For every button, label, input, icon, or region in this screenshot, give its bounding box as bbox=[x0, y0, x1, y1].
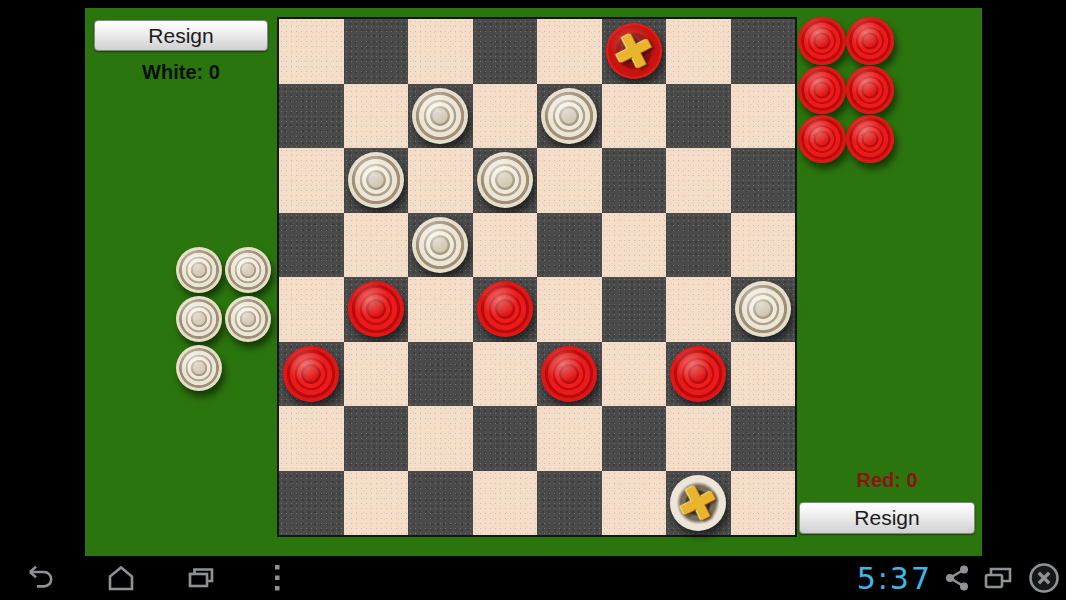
square-r6c1[interactable] bbox=[344, 406, 409, 471]
square-r2c3[interactable] bbox=[473, 148, 538, 213]
square-r1c1[interactable] bbox=[344, 84, 409, 149]
back-icon[interactable] bbox=[22, 563, 56, 593]
square-r3c6[interactable] bbox=[666, 213, 731, 278]
square-r1c7[interactable] bbox=[731, 84, 796, 149]
square-r2c1[interactable] bbox=[344, 148, 409, 213]
red-man-piece[interactable] bbox=[541, 346, 597, 402]
board: ✚✚ bbox=[277, 17, 797, 537]
square-r3c3[interactable] bbox=[473, 213, 538, 278]
white-man-piece[interactable] bbox=[176, 296, 222, 342]
square-r4c6[interactable] bbox=[666, 277, 731, 342]
white-man-piece[interactable] bbox=[225, 247, 271, 293]
square-r0c4[interactable] bbox=[537, 19, 602, 84]
red-man-piece[interactable] bbox=[348, 281, 404, 337]
square-r1c4[interactable] bbox=[537, 84, 602, 149]
square-r6c2[interactable] bbox=[408, 406, 473, 471]
square-r3c1[interactable] bbox=[344, 213, 409, 278]
square-r0c2[interactable] bbox=[408, 19, 473, 84]
square-r7c2[interactable] bbox=[408, 471, 473, 536]
square-r2c2[interactable] bbox=[408, 148, 473, 213]
square-r5c7[interactable] bbox=[731, 342, 796, 407]
square-r1c0[interactable] bbox=[279, 84, 344, 149]
square-r2c0[interactable] bbox=[279, 148, 344, 213]
square-r7c4[interactable] bbox=[537, 471, 602, 536]
white-man-piece[interactable] bbox=[176, 345, 222, 391]
overflow-menu-icon[interactable] bbox=[272, 563, 282, 593]
white-man-piece[interactable] bbox=[412, 88, 468, 144]
white-man-piece[interactable] bbox=[541, 88, 597, 144]
square-r0c1[interactable] bbox=[344, 19, 409, 84]
square-r6c5[interactable] bbox=[602, 406, 667, 471]
square-r6c7[interactable] bbox=[731, 406, 796, 471]
square-r5c6[interactable] bbox=[666, 342, 731, 407]
overlapping-windows-icon[interactable] bbox=[982, 562, 1016, 594]
red-man-piece[interactable] bbox=[798, 17, 846, 65]
red-king-piece[interactable]: ✚ bbox=[606, 23, 662, 79]
square-r6c4[interactable] bbox=[537, 406, 602, 471]
tablet-screen: Resign White: 0 ✚✚ Red: 0 Resign bbox=[0, 0, 1066, 600]
white-man-piece[interactable] bbox=[176, 247, 222, 293]
square-r1c5[interactable] bbox=[602, 84, 667, 149]
red-man-piece[interactable] bbox=[798, 115, 846, 163]
square-r7c1[interactable] bbox=[344, 471, 409, 536]
king-cross-icon: ✚ bbox=[596, 14, 671, 89]
square-r5c1[interactable] bbox=[344, 342, 409, 407]
square-r2c5[interactable] bbox=[602, 148, 667, 213]
home-icon[interactable] bbox=[104, 563, 138, 593]
square-r7c6[interactable]: ✚ bbox=[666, 471, 731, 536]
white-capture-tray bbox=[176, 247, 271, 391]
square-r5c5[interactable] bbox=[602, 342, 667, 407]
red-man-piece[interactable] bbox=[670, 346, 726, 402]
square-r0c0[interactable] bbox=[279, 19, 344, 84]
square-r7c0[interactable] bbox=[279, 471, 344, 536]
square-r4c3[interactable] bbox=[473, 277, 538, 342]
red-man-piece[interactable] bbox=[846, 66, 894, 114]
square-r4c7[interactable] bbox=[731, 277, 796, 342]
square-r3c7[interactable] bbox=[731, 213, 796, 278]
square-r6c3[interactable] bbox=[473, 406, 538, 471]
square-r3c5[interactable] bbox=[602, 213, 667, 278]
square-r0c6[interactable] bbox=[666, 19, 731, 84]
square-r3c2[interactable] bbox=[408, 213, 473, 278]
square-r7c7[interactable] bbox=[731, 471, 796, 536]
white-man-piece[interactable] bbox=[348, 152, 404, 208]
android-nav-bar: 5:37 bbox=[0, 556, 1066, 600]
square-r1c2[interactable] bbox=[408, 84, 473, 149]
square-r4c2[interactable] bbox=[408, 277, 473, 342]
close-icon[interactable] bbox=[1027, 561, 1061, 595]
white-man-piece[interactable] bbox=[412, 217, 468, 273]
square-r0c3[interactable] bbox=[473, 19, 538, 84]
white-king-piece[interactable]: ✚ bbox=[670, 475, 726, 531]
king-cross-icon: ✚ bbox=[661, 465, 736, 540]
square-r5c2[interactable] bbox=[408, 342, 473, 407]
square-r4c0[interactable] bbox=[279, 277, 344, 342]
square-r2c7[interactable] bbox=[731, 148, 796, 213]
red-resign-button[interactable]: Resign bbox=[799, 502, 975, 534]
white-man-piece[interactable] bbox=[477, 152, 533, 208]
red-capture-tray bbox=[798, 17, 893, 163]
square-r0c5[interactable]: ✚ bbox=[602, 19, 667, 84]
red-man-piece[interactable] bbox=[846, 115, 894, 163]
square-r6c6[interactable] bbox=[666, 406, 731, 471]
red-man-piece[interactable] bbox=[846, 17, 894, 65]
red-man-piece[interactable] bbox=[798, 66, 846, 114]
square-r4c4[interactable] bbox=[537, 277, 602, 342]
red-man-piece[interactable] bbox=[283, 346, 339, 402]
white-score-label: White: 0 bbox=[94, 61, 268, 84]
white-man-piece[interactable] bbox=[735, 281, 791, 337]
red-man-piece[interactable] bbox=[477, 281, 533, 337]
share-icon[interactable] bbox=[941, 562, 973, 594]
game-area: Resign White: 0 ✚✚ Red: 0 Resign bbox=[85, 8, 982, 556]
square-r1c6[interactable] bbox=[666, 84, 731, 149]
square-r4c5[interactable] bbox=[602, 277, 667, 342]
white-man-piece[interactable] bbox=[225, 296, 271, 342]
square-r1c3[interactable] bbox=[473, 84, 538, 149]
square-r3c0[interactable] bbox=[279, 213, 344, 278]
square-r7c5[interactable] bbox=[602, 471, 667, 536]
square-r7c3[interactable] bbox=[473, 471, 538, 536]
square-r0c7[interactable] bbox=[731, 19, 796, 84]
status-clock: 5:37 bbox=[840, 561, 932, 596]
square-r2c4[interactable] bbox=[537, 148, 602, 213]
square-r5c3[interactable] bbox=[473, 342, 538, 407]
square-r4c1[interactable] bbox=[344, 277, 409, 342]
square-r5c0[interactable] bbox=[279, 342, 344, 407]
square-r6c0[interactable] bbox=[279, 406, 344, 471]
square-r2c6[interactable] bbox=[666, 148, 731, 213]
red-score-label: Red: 0 bbox=[799, 469, 975, 492]
white-resign-button[interactable]: Resign bbox=[94, 20, 268, 51]
square-r5c4[interactable] bbox=[537, 342, 602, 407]
recents-icon[interactable] bbox=[184, 563, 218, 593]
square-r3c4[interactable] bbox=[537, 213, 602, 278]
